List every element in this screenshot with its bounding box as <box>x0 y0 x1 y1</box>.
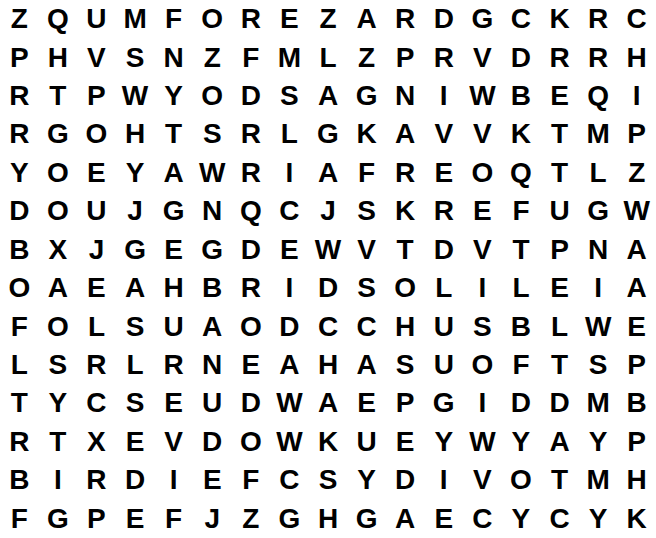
grid-cell[interactable]: R <box>579 38 618 76</box>
grid-cell[interactable]: U <box>540 192 579 230</box>
grid-cell[interactable]: V <box>463 115 502 153</box>
grid-cell[interactable]: D <box>424 231 463 269</box>
grid-cell[interactable]: Y <box>347 461 386 499</box>
grid-cell[interactable]: U <box>424 346 463 384</box>
grid-cell[interactable]: A <box>540 423 579 461</box>
grid-cell[interactable]: E <box>463 192 502 230</box>
grid-cell[interactable]: Q <box>39 0 78 38</box>
grid-cell[interactable]: E <box>116 500 155 538</box>
grid-cell[interactable]: S <box>347 269 386 307</box>
grid-cell[interactable]: D <box>540 384 579 422</box>
grid-cell[interactable]: V <box>347 231 386 269</box>
grid-cell[interactable]: Y <box>154 77 193 115</box>
grid-cell[interactable]: B <box>0 231 39 269</box>
grid-cell[interactable]: E <box>270 231 309 269</box>
grid-cell[interactable]: H <box>617 38 656 76</box>
grid-cell[interactable]: G <box>116 231 155 269</box>
grid-cell[interactable]: V <box>424 115 463 153</box>
grid-cell[interactable]: L <box>424 269 463 307</box>
grid-cell[interactable]: K <box>617 500 656 538</box>
grid-cell[interactable]: T <box>39 77 78 115</box>
grid-cell[interactable]: R <box>0 77 39 115</box>
grid-cell[interactable]: C <box>463 500 502 538</box>
grid-cell[interactable]: A <box>617 269 656 307</box>
grid-cell[interactable]: E <box>232 346 271 384</box>
grid-cell[interactable]: H <box>386 307 425 345</box>
grid-cell[interactable]: C <box>270 192 309 230</box>
grid-cell[interactable]: R <box>154 346 193 384</box>
grid-cell[interactable]: B <box>502 77 541 115</box>
grid-cell[interactable]: Z <box>232 500 271 538</box>
grid-cell[interactable]: L <box>502 269 541 307</box>
grid-cell[interactable]: P <box>617 423 656 461</box>
grid-cell[interactable]: S <box>193 115 232 153</box>
grid-cell[interactable]: I <box>579 269 618 307</box>
grid-cell[interactable]: G <box>39 500 78 538</box>
grid-cell[interactable]: M <box>270 38 309 76</box>
grid-cell[interactable]: C <box>77 384 116 422</box>
grid-cell[interactable]: R <box>232 269 271 307</box>
grid-cell[interactable]: O <box>39 192 78 230</box>
grid-cell[interactable]: I <box>617 77 656 115</box>
grid-cell[interactable]: V <box>77 38 116 76</box>
grid-cell[interactable]: O <box>0 269 39 307</box>
grid-cell[interactable]: G <box>154 192 193 230</box>
grid-cell[interactable]: G <box>579 192 618 230</box>
grid-cell[interactable]: B <box>617 384 656 422</box>
grid-cell[interactable]: T <box>540 115 579 153</box>
grid-cell[interactable]: W <box>463 77 502 115</box>
grid-cell[interactable]: C <box>540 500 579 538</box>
grid-cell[interactable]: E <box>270 0 309 38</box>
grid-cell[interactable]: A <box>116 269 155 307</box>
grid-cell[interactable]: A <box>386 500 425 538</box>
grid-cell[interactable]: Z <box>347 38 386 76</box>
grid-cell[interactable]: O <box>463 346 502 384</box>
grid-cell[interactable]: I <box>424 461 463 499</box>
grid-cell[interactable]: T <box>386 231 425 269</box>
grid-cell[interactable]: E <box>540 77 579 115</box>
grid-cell[interactable]: E <box>77 154 116 192</box>
grid-cell[interactable]: H <box>39 38 78 76</box>
grid-cell[interactable]: I <box>39 461 78 499</box>
grid-cell[interactable]: A <box>347 0 386 38</box>
grid-cell[interactable]: N <box>193 192 232 230</box>
grid-cell[interactable]: S <box>116 38 155 76</box>
grid-cell[interactable]: U <box>154 307 193 345</box>
grid-cell[interactable]: X <box>39 231 78 269</box>
grid-cell[interactable]: A <box>39 269 78 307</box>
grid-cell[interactable]: J <box>309 192 348 230</box>
grid-cell[interactable]: D <box>502 38 541 76</box>
grid-cell[interactable]: F <box>502 346 541 384</box>
grid-cell[interactable]: W <box>193 154 232 192</box>
grid-cell[interactable]: P <box>386 38 425 76</box>
grid-cell[interactable]: T <box>0 384 39 422</box>
grid-cell[interactable]: G <box>270 500 309 538</box>
grid-cell[interactable]: I <box>270 154 309 192</box>
grid-cell[interactable]: Z <box>617 154 656 192</box>
grid-cell[interactable]: R <box>232 115 271 153</box>
grid-cell[interactable]: O <box>193 0 232 38</box>
grid-cell[interactable]: R <box>232 0 271 38</box>
grid-cell[interactable]: H <box>309 346 348 384</box>
grid-cell[interactable]: T <box>540 461 579 499</box>
grid-cell[interactable]: R <box>77 461 116 499</box>
grid-cell[interactable]: P <box>386 384 425 422</box>
grid-cell[interactable]: Y <box>424 423 463 461</box>
grid-cell[interactable]: V <box>463 461 502 499</box>
grid-cell[interactable]: K <box>386 192 425 230</box>
grid-cell[interactable]: U <box>347 423 386 461</box>
grid-cell[interactable]: G <box>39 115 78 153</box>
grid-cell[interactable]: R <box>579 0 618 38</box>
grid-cell[interactable]: K <box>347 115 386 153</box>
grid-cell[interactable]: S <box>309 461 348 499</box>
grid-cell[interactable]: W <box>270 423 309 461</box>
grid-cell[interactable]: E <box>77 269 116 307</box>
grid-cell[interactable]: J <box>193 500 232 538</box>
grid-cell[interactable]: J <box>77 231 116 269</box>
grid-cell[interactable]: P <box>77 500 116 538</box>
grid-cell[interactable]: I <box>270 269 309 307</box>
grid-cell[interactable]: Y <box>39 384 78 422</box>
grid-cell[interactable]: D <box>116 461 155 499</box>
grid-cell[interactable]: E <box>116 423 155 461</box>
grid-cell[interactable]: P <box>617 115 656 153</box>
grid-cell[interactable]: W <box>463 423 502 461</box>
grid-cell[interactable]: Q <box>232 192 271 230</box>
grid-cell[interactable]: K <box>540 0 579 38</box>
grid-cell[interactable]: Y <box>0 154 39 192</box>
grid-cell[interactable]: D <box>270 307 309 345</box>
grid-cell[interactable]: G <box>193 231 232 269</box>
grid-cell[interactable]: R <box>424 192 463 230</box>
grid-cell[interactable]: F <box>0 307 39 345</box>
grid-cell[interactable]: E <box>424 500 463 538</box>
grid-cell[interactable]: S <box>39 346 78 384</box>
grid-cell[interactable]: S <box>347 192 386 230</box>
grid-cell[interactable]: K <box>309 423 348 461</box>
grid-cell[interactable]: M <box>579 461 618 499</box>
grid-cell[interactable]: R <box>424 38 463 76</box>
grid-cell[interactable]: F <box>154 500 193 538</box>
grid-cell[interactable]: D <box>309 269 348 307</box>
grid-cell[interactable]: G <box>309 115 348 153</box>
grid-cell[interactable]: L <box>270 115 309 153</box>
grid-cell[interactable]: H <box>154 269 193 307</box>
grid-cell[interactable]: L <box>309 38 348 76</box>
grid-cell[interactable]: S <box>116 384 155 422</box>
grid-cell[interactable]: L <box>540 307 579 345</box>
grid-cell[interactable]: X <box>77 423 116 461</box>
grid-cell[interactable]: E <box>386 423 425 461</box>
grid-cell[interactable]: T <box>39 423 78 461</box>
grid-cell[interactable]: D <box>386 461 425 499</box>
grid-cell[interactable]: G <box>463 0 502 38</box>
word-search-grid: ZQUMFOREZARDGCKRCPHVSNZFMLZPRVDRRHRTPWYO… <box>0 0 656 538</box>
grid-cell[interactable]: O <box>232 423 271 461</box>
grid-cell[interactable]: Y <box>116 154 155 192</box>
grid-cell[interactable]: D <box>232 77 271 115</box>
grid-cell[interactable]: N <box>193 346 232 384</box>
grid-cell[interactable]: C <box>502 0 541 38</box>
grid-cell[interactable]: U <box>424 307 463 345</box>
grid-cell[interactable]: H <box>116 115 155 153</box>
grid-cell[interactable]: N <box>154 38 193 76</box>
grid-cell[interactable]: R <box>232 154 271 192</box>
grid-cell[interactable]: A <box>309 154 348 192</box>
grid-cell[interactable]: P <box>617 346 656 384</box>
grid-cell[interactable]: U <box>77 0 116 38</box>
grid-cell[interactable]: T <box>154 115 193 153</box>
grid-cell[interactable]: E <box>154 231 193 269</box>
grid-cell[interactable]: Y <box>502 423 541 461</box>
grid-cell[interactable]: I <box>424 77 463 115</box>
grid-cell[interactable]: F <box>232 38 271 76</box>
grid-cell[interactable]: T <box>540 346 579 384</box>
grid-cell[interactable]: L <box>116 346 155 384</box>
grid-cell[interactable]: O <box>39 307 78 345</box>
grid-cell[interactable]: U <box>77 192 116 230</box>
grid-cell[interactable]: I <box>154 461 193 499</box>
grid-cell[interactable]: A <box>386 115 425 153</box>
grid-cell[interactable]: W <box>309 231 348 269</box>
grid-cell[interactable]: E <box>154 384 193 422</box>
grid-cell[interactable]: M <box>579 115 618 153</box>
grid-cell[interactable]: C <box>270 461 309 499</box>
grid-cell[interactable]: A <box>347 346 386 384</box>
grid-cell[interactable]: V <box>463 231 502 269</box>
grid-cell[interactable]: Y <box>579 500 618 538</box>
grid-cell[interactable]: M <box>579 384 618 422</box>
grid-cell[interactable]: E <box>193 461 232 499</box>
grid-cell[interactable]: O <box>386 269 425 307</box>
grid-cell[interactable]: G <box>424 384 463 422</box>
grid-cell[interactable]: P <box>0 38 39 76</box>
grid-cell[interactable]: E <box>617 307 656 345</box>
grid-cell[interactable]: E <box>424 154 463 192</box>
grid-cell[interactable]: O <box>232 307 271 345</box>
grid-cell[interactable]: D <box>502 384 541 422</box>
grid-cell[interactable]: W <box>270 384 309 422</box>
grid-cell[interactable]: D <box>424 0 463 38</box>
grid-cell[interactable]: S <box>579 346 618 384</box>
grid-cell[interactable]: W <box>579 307 618 345</box>
grid-cell[interactable]: R <box>0 423 39 461</box>
grid-cell[interactable]: S <box>270 77 309 115</box>
grid-cell[interactable]: D <box>232 384 271 422</box>
grid-cell[interactable]: I <box>463 384 502 422</box>
grid-cell[interactable]: Q <box>502 154 541 192</box>
grid-cell[interactable]: N <box>579 231 618 269</box>
grid-cell[interactable]: W <box>116 77 155 115</box>
grid-cell[interactable]: I <box>463 269 502 307</box>
grid-cell[interactable]: F <box>232 461 271 499</box>
grid-cell[interactable]: K <box>502 115 541 153</box>
grid-cell[interactable]: E <box>540 269 579 307</box>
grid-cell[interactable]: P <box>540 231 579 269</box>
grid-cell[interactable]: A <box>193 307 232 345</box>
grid-cell[interactable]: T <box>540 154 579 192</box>
grid-cell[interactable]: B <box>0 461 39 499</box>
grid-cell[interactable]: C <box>347 307 386 345</box>
grid-cell[interactable]: E <box>347 384 386 422</box>
grid-cell[interactable]: S <box>463 307 502 345</box>
grid-cell[interactable]: F <box>0 500 39 538</box>
grid-cell[interactable]: S <box>386 346 425 384</box>
grid-cell[interactable]: O <box>463 154 502 192</box>
grid-cell[interactable]: Z <box>193 38 232 76</box>
grid-cell[interactable]: A <box>270 346 309 384</box>
grid-cell[interactable]: G <box>347 77 386 115</box>
grid-cell[interactable]: U <box>193 384 232 422</box>
grid-cell[interactable]: J <box>116 192 155 230</box>
grid-cell[interactable]: F <box>502 192 541 230</box>
grid-cell[interactable]: Y <box>502 500 541 538</box>
grid-cell[interactable]: A <box>617 231 656 269</box>
grid-cell[interactable]: F <box>347 154 386 192</box>
grid-cell[interactable]: F <box>154 0 193 38</box>
grid-cell[interactable]: H <box>617 461 656 499</box>
grid-cell[interactable]: P <box>77 77 116 115</box>
grid-cell[interactable]: R <box>0 115 39 153</box>
grid-cell[interactable]: G <box>347 500 386 538</box>
grid-cell[interactable]: M <box>116 0 155 38</box>
grid-cell[interactable]: Y <box>579 423 618 461</box>
grid-cell[interactable]: R <box>386 154 425 192</box>
grid-cell[interactable]: A <box>154 154 193 192</box>
grid-cell[interactable]: V <box>154 423 193 461</box>
grid-cell[interactable]: D <box>0 192 39 230</box>
grid-cell[interactable]: A <box>309 77 348 115</box>
grid-cell[interactable]: O <box>193 77 232 115</box>
grid-cell[interactable]: O <box>39 154 78 192</box>
grid-cell[interactable]: D <box>193 423 232 461</box>
grid-cell[interactable]: N <box>386 77 425 115</box>
grid-cell[interactable]: R <box>386 0 425 38</box>
grid-cell[interactable]: R <box>77 346 116 384</box>
grid-cell[interactable]: S <box>116 307 155 345</box>
grid-cell[interactable]: T <box>502 231 541 269</box>
grid-cell[interactable]: O <box>77 115 116 153</box>
grid-cell[interactable]: V <box>463 38 502 76</box>
grid-cell[interactable]: O <box>502 461 541 499</box>
grid-cell[interactable]: R <box>540 38 579 76</box>
grid-cell[interactable]: D <box>232 231 271 269</box>
grid-cell[interactable]: W <box>617 192 656 230</box>
grid-cell[interactable]: Z <box>0 0 39 38</box>
grid-cell[interactable]: B <box>502 307 541 345</box>
grid-cell[interactable]: Q <box>579 77 618 115</box>
grid-cell[interactable]: C <box>309 307 348 345</box>
grid-cell[interactable]: Z <box>309 0 348 38</box>
grid-cell[interactable]: L <box>579 154 618 192</box>
grid-cell[interactable]: B <box>193 269 232 307</box>
grid-cell[interactable]: A <box>309 384 348 422</box>
grid-cell[interactable]: L <box>0 346 39 384</box>
grid-cell[interactable]: L <box>77 307 116 345</box>
grid-cell[interactable]: H <box>309 500 348 538</box>
grid-cell[interactable]: C <box>617 0 656 38</box>
